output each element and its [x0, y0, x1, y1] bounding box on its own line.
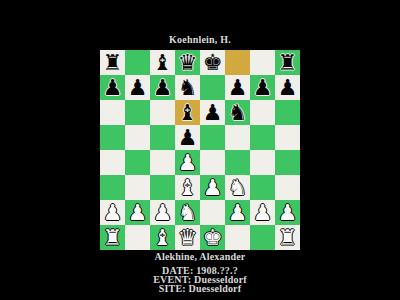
square-c1[interactable]: ♝ — [150, 225, 175, 250]
square-h2[interactable]: ♟ — [275, 200, 300, 225]
square-f7[interactable]: ♟ — [225, 75, 250, 100]
square-d3[interactable]: ♝ — [175, 175, 200, 200]
white-knight: ♞ — [178, 200, 198, 225]
top-player-name: Koehnlein, H. — [0, 35, 400, 45]
square-a8[interactable]: ♜ — [100, 50, 125, 75]
square-a4[interactable] — [100, 150, 125, 175]
square-d6[interactable]: ♝ — [175, 100, 200, 125]
square-g2[interactable]: ♟ — [250, 200, 275, 225]
black-queen: ♛ — [178, 50, 198, 75]
white-pawn: ♟ — [178, 150, 198, 175]
square-g8[interactable] — [250, 50, 275, 75]
black-knight: ♞ — [228, 100, 248, 125]
black-pawn: ♟ — [203, 100, 223, 125]
square-d1[interactable]: ♛ — [175, 225, 200, 250]
square-h1[interactable]: ♜ — [275, 225, 300, 250]
square-e7[interactable] — [200, 75, 225, 100]
white-pawn: ♟ — [278, 200, 298, 225]
square-h7[interactable]: ♟ — [275, 75, 300, 100]
square-h6[interactable] — [275, 100, 300, 125]
black-rook: ♜ — [103, 50, 123, 75]
white-pawn: ♟ — [153, 200, 173, 225]
square-g3[interactable] — [250, 175, 275, 200]
white-king: ♚ — [203, 225, 223, 250]
chess-app-window: Koehnlein, H. ♜♝♛♚♜♟♟♟♞♟♟♟♝♟♞♟♟♝♟♞♟♟♟♞♟♟… — [0, 0, 400, 300]
black-pawn: ♟ — [103, 75, 123, 100]
square-h3[interactable] — [275, 175, 300, 200]
white-pawn: ♟ — [253, 200, 273, 225]
square-a2[interactable]: ♟ — [100, 200, 125, 225]
square-e2[interactable] — [200, 200, 225, 225]
square-d4[interactable]: ♟ — [175, 150, 200, 175]
square-a5[interactable] — [100, 125, 125, 150]
black-knight: ♞ — [178, 75, 198, 100]
square-e5[interactable] — [200, 125, 225, 150]
square-c5[interactable] — [150, 125, 175, 150]
square-b3[interactable] — [125, 175, 150, 200]
square-e6[interactable]: ♟ — [200, 100, 225, 125]
square-a6[interactable] — [100, 100, 125, 125]
square-g6[interactable] — [250, 100, 275, 125]
square-g4[interactable] — [250, 150, 275, 175]
square-b6[interactable] — [125, 100, 150, 125]
square-c2[interactable]: ♟ — [150, 200, 175, 225]
square-f6[interactable]: ♞ — [225, 100, 250, 125]
black-pawn: ♟ — [178, 125, 198, 150]
square-b7[interactable]: ♟ — [125, 75, 150, 100]
white-rook: ♜ — [103, 225, 123, 250]
square-b2[interactable]: ♟ — [125, 200, 150, 225]
black-pawn: ♟ — [228, 75, 248, 100]
white-knight: ♞ — [228, 175, 248, 200]
square-b8[interactable] — [125, 50, 150, 75]
square-a1[interactable]: ♜ — [100, 225, 125, 250]
square-h4[interactable] — [275, 150, 300, 175]
game-site-line: SITE: Duesseldorf — [0, 284, 400, 294]
square-g5[interactable] — [250, 125, 275, 150]
square-e3[interactable]: ♟ — [200, 175, 225, 200]
bottom-player-name: Alekhine, Alexander — [0, 252, 400, 262]
square-c3[interactable] — [150, 175, 175, 200]
black-bishop: ♝ — [178, 100, 198, 125]
white-bishop: ♝ — [178, 175, 198, 200]
chess-board: ♜♝♛♚♜♟♟♟♞♟♟♟♝♟♞♟♟♝♟♞♟♟♟♞♟♟♟♜♝♛♚♜ — [100, 50, 300, 250]
white-bishop: ♝ — [153, 225, 173, 250]
square-h5[interactable] — [275, 125, 300, 150]
black-king: ♚ — [203, 50, 223, 75]
square-d2[interactable]: ♞ — [175, 200, 200, 225]
black-pawn: ♟ — [278, 75, 298, 100]
white-rook: ♜ — [278, 225, 298, 250]
square-e4[interactable] — [200, 150, 225, 175]
square-f4[interactable] — [225, 150, 250, 175]
square-d8[interactable]: ♛ — [175, 50, 200, 75]
square-h8[interactable]: ♜ — [275, 50, 300, 75]
square-e8[interactable]: ♚ — [200, 50, 225, 75]
white-pawn: ♟ — [203, 175, 223, 200]
square-e1[interactable]: ♚ — [200, 225, 225, 250]
black-rook: ♜ — [278, 50, 298, 75]
white-queen: ♛ — [178, 225, 198, 250]
square-g1[interactable] — [250, 225, 275, 250]
square-f8[interactable] — [225, 50, 250, 75]
square-f3[interactable]: ♞ — [225, 175, 250, 200]
black-pawn: ♟ — [153, 75, 173, 100]
square-b5[interactable] — [125, 125, 150, 150]
square-a3[interactable] — [100, 175, 125, 200]
square-d7[interactable]: ♞ — [175, 75, 200, 100]
square-g7[interactable]: ♟ — [250, 75, 275, 100]
square-f2[interactable]: ♟ — [225, 200, 250, 225]
black-bishop: ♝ — [153, 50, 173, 75]
square-c7[interactable]: ♟ — [150, 75, 175, 100]
square-b4[interactable] — [125, 150, 150, 175]
square-b1[interactable] — [125, 225, 150, 250]
black-pawn: ♟ — [253, 75, 273, 100]
square-f5[interactable] — [225, 125, 250, 150]
white-pawn: ♟ — [103, 200, 123, 225]
square-c6[interactable] — [150, 100, 175, 125]
black-pawn: ♟ — [128, 75, 148, 100]
square-a7[interactable]: ♟ — [100, 75, 125, 100]
white-pawn: ♟ — [128, 200, 148, 225]
square-f1[interactable] — [225, 225, 250, 250]
white-pawn: ♟ — [228, 200, 248, 225]
square-c4[interactable] — [150, 150, 175, 175]
square-c8[interactable]: ♝ — [150, 50, 175, 75]
square-d5[interactable]: ♟ — [175, 125, 200, 150]
